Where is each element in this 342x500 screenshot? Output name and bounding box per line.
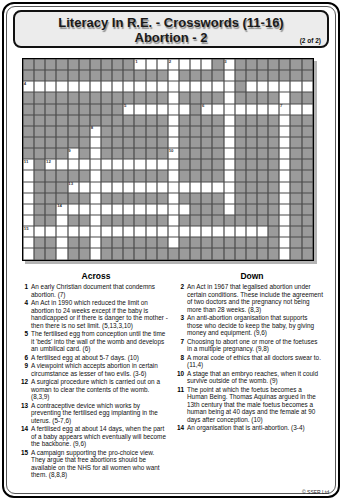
block-cell xyxy=(212,59,223,70)
answer-cell[interactable]: 12 xyxy=(45,159,56,170)
block-cell xyxy=(201,237,212,248)
answer-cell[interactable] xyxy=(90,159,101,170)
block-cell xyxy=(302,248,313,259)
answer-cell[interactable] xyxy=(68,226,79,237)
block-cell xyxy=(68,137,79,148)
answer-cell[interactable] xyxy=(90,226,101,237)
answer-cell[interactable] xyxy=(224,204,235,215)
block-cell xyxy=(134,126,145,137)
answer-cell[interactable] xyxy=(134,182,145,193)
block-cell xyxy=(290,215,301,226)
answer-cell[interactable] xyxy=(190,59,201,70)
answer-cell[interactable] xyxy=(79,204,90,215)
answer-cell[interactable] xyxy=(212,182,223,193)
block-cell xyxy=(68,237,79,248)
block-cell xyxy=(246,204,257,215)
answer-cell[interactable] xyxy=(224,70,235,81)
answer-cell[interactable] xyxy=(101,159,112,170)
answer-cell[interactable] xyxy=(90,81,101,92)
block-cell xyxy=(34,92,45,103)
answer-cell[interactable] xyxy=(190,182,201,193)
block-cell xyxy=(45,248,56,259)
answer-cell[interactable] xyxy=(79,226,90,237)
answer-cell[interactable] xyxy=(90,148,101,159)
answer-cell[interactable] xyxy=(68,81,79,92)
block-cell xyxy=(34,170,45,181)
answer-cell[interactable]: 5 xyxy=(123,104,134,115)
clue-number-label: 13 xyxy=(68,181,73,186)
answer-cell[interactable] xyxy=(123,182,134,193)
clue: 11The point at which the foetus becomes … xyxy=(172,386,324,424)
answer-cell[interactable]: 14 xyxy=(56,204,67,215)
clue-number: 14 xyxy=(172,424,187,432)
answer-cell[interactable] xyxy=(34,226,45,237)
answer-cell[interactable] xyxy=(101,182,112,193)
clue-number: 11 xyxy=(172,386,187,424)
answer-cell[interactable] xyxy=(56,215,67,226)
block-cell xyxy=(268,215,279,226)
answer-cell[interactable] xyxy=(123,81,134,92)
answer-cell[interactable] xyxy=(168,104,179,115)
answer-cell[interactable] xyxy=(56,248,67,259)
answer-cell[interactable] xyxy=(179,104,190,115)
answer-cell[interactable] xyxy=(134,226,145,237)
answer-cell[interactable] xyxy=(190,81,201,92)
answer-cell[interactable] xyxy=(90,248,101,259)
page-subtitle: Abortion - 2 xyxy=(15,30,327,45)
clue: 12A surgical procedure which is carried … xyxy=(16,378,168,401)
answer-cell[interactable] xyxy=(56,226,67,237)
clue-text: A stage that an embryo reaches, when it … xyxy=(187,370,324,385)
answer-cell[interactable] xyxy=(134,159,145,170)
answer-cell[interactable] xyxy=(212,81,223,92)
block-cell xyxy=(190,215,201,226)
answer-cell[interactable] xyxy=(157,104,168,115)
block-cell xyxy=(201,70,212,81)
block-cell xyxy=(268,170,279,181)
answer-cell[interactable] xyxy=(123,226,134,237)
block-cell xyxy=(235,215,246,226)
answer-cell[interactable]: 11 xyxy=(23,159,34,170)
answer-cell[interactable] xyxy=(157,226,168,237)
answer-cell[interactable] xyxy=(279,137,290,148)
block-cell xyxy=(101,193,112,204)
block-cell xyxy=(235,193,246,204)
answer-cell[interactable] xyxy=(168,159,179,170)
answer-cell[interactable] xyxy=(179,226,190,237)
answer-cell[interactable]: 13 xyxy=(68,182,79,193)
clue-text: A fertilised egg at about 5-7 days. (10) xyxy=(31,354,168,362)
answer-cell[interactable] xyxy=(224,182,235,193)
block-cell xyxy=(101,248,112,259)
block-cell xyxy=(23,137,34,148)
answer-cell[interactable] xyxy=(279,193,290,204)
answer-cell[interactable] xyxy=(23,215,34,226)
answer-cell[interactable] xyxy=(168,81,179,92)
block-cell xyxy=(257,137,268,148)
block-cell xyxy=(257,115,268,126)
answer-cell[interactable] xyxy=(212,104,223,115)
answer-cell[interactable] xyxy=(179,81,190,92)
block-cell xyxy=(290,92,301,103)
answer-cell[interactable] xyxy=(179,59,190,70)
answer-cell[interactable] xyxy=(146,104,157,115)
clue-number-label: 2 xyxy=(169,59,171,64)
answer-cell[interactable] xyxy=(23,193,34,204)
block-cell xyxy=(179,126,190,137)
answer-cell[interactable] xyxy=(23,237,34,248)
answer-cell[interactable] xyxy=(279,81,290,92)
answer-cell[interactable] xyxy=(157,182,168,193)
answer-cell[interactable] xyxy=(279,182,290,193)
block-cell xyxy=(112,115,123,126)
answer-cell[interactable] xyxy=(179,182,190,193)
answer-cell[interactable] xyxy=(279,159,290,170)
answer-cell[interactable] xyxy=(157,204,168,215)
block-cell xyxy=(224,215,235,226)
answer-cell[interactable] xyxy=(146,159,157,170)
answer-cell[interactable] xyxy=(101,226,112,237)
block-cell xyxy=(123,126,134,137)
clue-text: An early Christian document that condemn… xyxy=(31,283,168,298)
answer-cell[interactable] xyxy=(224,104,235,115)
answer-cell[interactable] xyxy=(146,59,157,70)
answer-cell[interactable] xyxy=(134,104,145,115)
answer-cell[interactable] xyxy=(157,59,168,70)
clue: 8A moral code of ethics that all doctors… xyxy=(172,354,324,369)
block-cell xyxy=(257,248,268,259)
clue-number-label: 1 xyxy=(135,59,137,64)
answer-cell[interactable] xyxy=(90,204,101,215)
answer-cell[interactable]: 15 xyxy=(23,226,34,237)
block-cell xyxy=(246,182,257,193)
answer-cell[interactable] xyxy=(224,226,235,237)
block-cell xyxy=(101,126,112,137)
clue: 1An early Christian document that condem… xyxy=(16,283,168,298)
block-cell xyxy=(190,137,201,148)
answer-cell[interactable]: 9 xyxy=(68,148,79,159)
clue-number: 13 xyxy=(16,402,31,425)
answer-cell[interactable] xyxy=(101,81,112,92)
answer-cell[interactable] xyxy=(302,104,313,115)
block-cell xyxy=(23,126,34,137)
answer-cell[interactable] xyxy=(134,81,145,92)
block-cell xyxy=(157,248,168,259)
answer-cell[interactable] xyxy=(23,182,34,193)
block-cell xyxy=(290,126,301,137)
block-cell xyxy=(134,237,145,248)
down-section-header: Down xyxy=(212,271,292,281)
answer-cell[interactable] xyxy=(168,92,179,103)
answer-cell[interactable] xyxy=(201,59,212,70)
answer-cell[interactable] xyxy=(146,81,157,92)
block-cell xyxy=(179,248,190,259)
block-cell xyxy=(134,137,145,148)
block-cell xyxy=(257,170,268,181)
answer-cell[interactable] xyxy=(79,159,90,170)
block-cell xyxy=(190,248,201,259)
block-cell xyxy=(123,170,134,181)
answer-cell[interactable] xyxy=(279,92,290,103)
block-cell xyxy=(90,92,101,103)
block-cell xyxy=(246,193,257,204)
answer-cell[interactable] xyxy=(101,204,112,215)
block-cell xyxy=(134,148,145,159)
answer-cell[interactable] xyxy=(201,182,212,193)
block-cell xyxy=(123,70,134,81)
block-cell xyxy=(179,159,190,170)
block-cell xyxy=(79,215,90,226)
block-cell xyxy=(268,204,279,215)
block-cell xyxy=(201,204,212,215)
answer-cell[interactable] xyxy=(168,115,179,126)
block-cell xyxy=(45,115,56,126)
block-cell xyxy=(190,92,201,103)
block-cell xyxy=(112,70,123,81)
answer-cell[interactable] xyxy=(224,81,235,92)
answer-cell[interactable] xyxy=(212,226,223,237)
block-cell xyxy=(146,193,157,204)
answer-cell[interactable] xyxy=(146,226,157,237)
answer-cell[interactable] xyxy=(56,237,67,248)
answer-cell[interactable] xyxy=(257,81,268,92)
block-cell xyxy=(134,92,145,103)
block-cell xyxy=(45,92,56,103)
answer-cell[interactable] xyxy=(168,182,179,193)
answer-cell[interactable] xyxy=(279,248,290,259)
block-cell xyxy=(179,137,190,148)
clue-text: A fertilised egg at about 14 days, when … xyxy=(31,425,168,448)
block-cell xyxy=(235,81,246,92)
block-cell xyxy=(45,148,56,159)
answer-cell[interactable] xyxy=(279,170,290,181)
answer-cell[interactable] xyxy=(268,81,279,92)
block-cell xyxy=(190,70,201,81)
block-cell xyxy=(179,170,190,181)
block-cell xyxy=(23,104,34,115)
answer-cell[interactable] xyxy=(246,226,257,237)
block-cell xyxy=(290,237,301,248)
block-cell xyxy=(201,137,212,148)
answer-cell[interactable] xyxy=(168,237,179,248)
clue-text: The fertilised egg from conception until… xyxy=(31,330,168,353)
answer-cell[interactable] xyxy=(168,226,179,237)
block-cell xyxy=(290,115,301,126)
answer-cell[interactable] xyxy=(168,137,179,148)
answer-cell[interactable] xyxy=(23,170,34,181)
answer-cell[interactable] xyxy=(157,159,168,170)
block-cell xyxy=(212,70,223,81)
block-cell xyxy=(190,104,201,115)
answer-cell[interactable] xyxy=(146,182,157,193)
block-cell xyxy=(90,59,101,70)
answer-cell[interactable] xyxy=(123,204,134,215)
answer-cell[interactable] xyxy=(34,81,45,92)
block-cell xyxy=(45,137,56,148)
block-cell xyxy=(56,182,67,193)
answer-cell[interactable] xyxy=(146,204,157,215)
block-cell xyxy=(179,92,190,103)
answer-cell[interactable] xyxy=(246,104,257,115)
block-cell xyxy=(56,70,67,81)
answer-cell[interactable]: 7 xyxy=(279,104,290,115)
answer-cell[interactable] xyxy=(68,204,79,215)
answer-cell[interactable] xyxy=(23,248,34,259)
block-cell xyxy=(179,215,190,226)
answer-cell[interactable] xyxy=(79,182,90,193)
block-cell xyxy=(146,215,157,226)
answer-cell[interactable] xyxy=(90,182,101,193)
answer-cell[interactable] xyxy=(257,104,268,115)
clue-number: 9 xyxy=(16,362,31,377)
clue-text: Choosing to abort one or more of the foe… xyxy=(187,338,324,353)
clue-number-label: 15 xyxy=(24,226,29,231)
clue: 10A stage that an embryo reaches, when i… xyxy=(172,370,324,385)
block-cell xyxy=(290,204,301,215)
block-cell xyxy=(212,137,223,148)
block-cell xyxy=(134,215,145,226)
block-cell xyxy=(290,170,301,181)
block-cell xyxy=(157,148,168,159)
answer-cell[interactable] xyxy=(112,182,123,193)
block-cell xyxy=(257,182,268,193)
block-cell xyxy=(235,126,246,137)
answer-cell[interactable] xyxy=(246,81,257,92)
answer-cell[interactable] xyxy=(190,226,201,237)
block-cell xyxy=(68,248,79,259)
answer-cell[interactable] xyxy=(279,126,290,137)
block-cell xyxy=(101,148,112,159)
answer-cell[interactable] xyxy=(45,226,56,237)
answer-cell[interactable] xyxy=(56,81,67,92)
answer-cell[interactable] xyxy=(201,81,212,92)
block-cell xyxy=(112,215,123,226)
answer-cell[interactable] xyxy=(79,81,90,92)
answer-cell[interactable] xyxy=(157,81,168,92)
block-cell xyxy=(34,126,45,137)
answer-cell[interactable] xyxy=(224,170,235,181)
block-cell xyxy=(101,104,112,115)
block-cell xyxy=(34,248,45,259)
block-cell xyxy=(157,193,168,204)
answer-cell[interactable] xyxy=(90,193,101,204)
answer-cell[interactable] xyxy=(112,204,123,215)
answer-cell[interactable] xyxy=(23,204,34,215)
answer-cell[interactable] xyxy=(224,92,235,103)
clue-number-label: 3 xyxy=(224,59,226,64)
answer-cell[interactable] xyxy=(224,137,235,148)
answer-cell[interactable] xyxy=(168,204,179,215)
answer-cell[interactable] xyxy=(168,170,179,181)
answer-cell[interactable] xyxy=(123,159,134,170)
answer-cell[interactable] xyxy=(168,193,179,204)
answer-cell[interactable] xyxy=(279,226,290,237)
block-cell xyxy=(246,59,257,70)
block-cell xyxy=(45,237,56,248)
block-cell xyxy=(290,59,301,70)
answer-cell[interactable] xyxy=(279,215,290,226)
clue: 9A viewpoint which accepts abortion in c… xyxy=(16,362,168,377)
answer-cell[interactable] xyxy=(201,226,212,237)
answer-cell[interactable] xyxy=(257,226,268,237)
answer-cell[interactable] xyxy=(134,204,145,215)
answer-cell[interactable] xyxy=(168,70,179,81)
answer-cell[interactable]: 3 xyxy=(224,59,235,70)
answer-cell[interactable] xyxy=(90,215,101,226)
answer-cell[interactable] xyxy=(179,204,190,215)
clue-text: A contraceptive device which works by pr… xyxy=(31,402,168,425)
answer-cell[interactable] xyxy=(290,81,301,92)
answer-cell[interactable]: 4 xyxy=(23,81,34,92)
answer-cell[interactable]: 2 xyxy=(168,59,179,70)
block-cell xyxy=(235,59,246,70)
block-cell xyxy=(157,92,168,103)
answer-cell[interactable] xyxy=(45,81,56,92)
answer-cell[interactable] xyxy=(224,193,235,204)
block-cell xyxy=(290,248,301,259)
answer-cell[interactable] xyxy=(235,104,246,115)
block-cell xyxy=(123,115,134,126)
block-cell xyxy=(290,137,301,148)
block-cell xyxy=(146,237,157,248)
answer-cell[interactable] xyxy=(90,137,101,148)
answer-cell[interactable] xyxy=(168,215,179,226)
answer-cell[interactable] xyxy=(224,115,235,126)
answer-cell[interactable] xyxy=(268,104,279,115)
answer-cell[interactable] xyxy=(279,148,290,159)
clue-number-label: 11 xyxy=(24,159,29,164)
block-cell xyxy=(56,92,67,103)
block-cell xyxy=(157,215,168,226)
answer-cell[interactable] xyxy=(56,159,67,170)
answer-cell[interactable]: 1 xyxy=(134,59,145,70)
answer-cell[interactable] xyxy=(112,226,123,237)
answer-cell[interactable] xyxy=(290,104,301,115)
answer-cell[interactable] xyxy=(68,159,79,170)
block-cell xyxy=(157,237,168,248)
block-cell xyxy=(302,215,313,226)
answer-cell[interactable]: 6 xyxy=(201,104,212,115)
clue-number: 2 xyxy=(172,283,187,313)
answer-cell[interactable]: 10 xyxy=(168,148,179,159)
block-cell xyxy=(257,237,268,248)
answer-cell[interactable] xyxy=(235,226,246,237)
block-cell xyxy=(302,159,313,170)
answer-cell[interactable] xyxy=(90,237,101,248)
answer-cell[interactable] xyxy=(279,204,290,215)
block-cell xyxy=(101,70,112,81)
answer-cell[interactable] xyxy=(224,159,235,170)
answer-cell[interactable] xyxy=(224,126,235,137)
answer-cell[interactable] xyxy=(279,115,290,126)
block-cell xyxy=(157,70,168,81)
answer-cell[interactable]: 8 xyxy=(90,126,101,137)
answer-cell[interactable] xyxy=(279,237,290,248)
answer-cell[interactable] xyxy=(224,148,235,159)
answer-cell[interactable] xyxy=(112,159,123,170)
answer-cell[interactable] xyxy=(302,81,313,92)
block-cell xyxy=(90,104,101,115)
header-box: Literacy In R.E. - Crosswords (11-16) Ab… xyxy=(13,10,329,48)
clue-number: 8 xyxy=(172,354,187,369)
clue-number: 14 xyxy=(16,425,31,448)
block-cell xyxy=(146,115,157,126)
answer-cell[interactable] xyxy=(90,170,101,181)
block-cell xyxy=(268,159,279,170)
answer-cell[interactable] xyxy=(112,81,123,92)
answer-cell[interactable] xyxy=(168,126,179,137)
block-cell xyxy=(79,70,90,81)
